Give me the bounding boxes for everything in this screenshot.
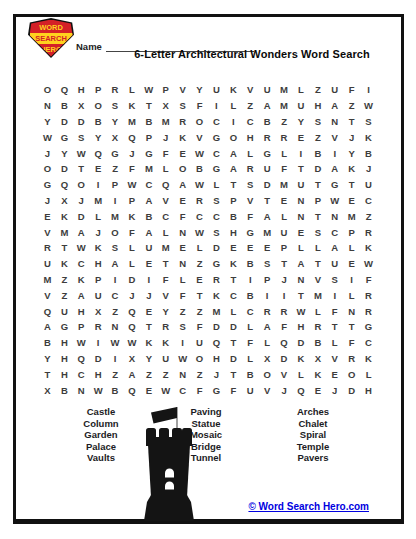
- grid-cell-r4c12: O: [225, 129, 242, 145]
- grid-cell-r6c8: L: [157, 161, 174, 177]
- grid-cell-r8c20: C: [360, 193, 377, 209]
- grid-cell-r3c12: I: [225, 114, 242, 130]
- grid-cell-r10c5: O: [107, 224, 124, 240]
- grid-cell-r6c10: B: [191, 161, 208, 177]
- grid-cell-r11c11: D: [208, 240, 225, 256]
- grid-cell-r14c13: B: [242, 287, 259, 303]
- grid-cell-r2c14: A: [259, 98, 276, 114]
- grid-cell-r10c10: W: [191, 224, 208, 240]
- grid-cell-r10c17: S: [309, 224, 326, 240]
- grid-cell-r8c7: A: [140, 193, 157, 209]
- grid-cell-r15c4: X: [90, 303, 107, 319]
- grid-cell-r2c13: Z: [242, 98, 259, 114]
- grid-cell-r1c9: V: [174, 82, 191, 98]
- letter-grid: OQHPRLWPVYUKVUMLZUFINBXOSKTXSFILZAMUHAZW…: [39, 82, 377, 398]
- grid-cell-r13c12: T: [225, 272, 242, 288]
- grid-cell-r2c18: A: [326, 98, 343, 114]
- word-arches: Arches: [268, 406, 358, 418]
- grid-cell-r7c17: T: [309, 177, 326, 193]
- grid-cell-r10c20: R: [360, 224, 377, 240]
- grid-cell-r18c7: Y: [140, 351, 157, 367]
- grid-cell-r16c5: N: [107, 319, 124, 335]
- grid-cell-r12c19: E: [343, 256, 360, 272]
- battlements: [146, 428, 192, 446]
- grid-cell-r8c16: N: [292, 193, 309, 209]
- grid-cell-r11c12: E: [225, 240, 242, 256]
- grid-cell-r3c8: M: [157, 114, 174, 130]
- grid-cell-r5c13: L: [242, 145, 259, 161]
- grid-cell-r3c1: Y: [39, 114, 56, 130]
- word-search-hero-link[interactable]: © Word Search Hero.com: [248, 501, 369, 512]
- grid-cell-r5c20: B: [360, 145, 377, 161]
- grid-cell-r20c10: F: [191, 382, 208, 398]
- grid-cell-r12c11: G: [208, 256, 225, 272]
- grid-cell-r19c19: O: [343, 366, 360, 382]
- grid-cell-r9c9: F: [174, 208, 191, 224]
- grid-cell-r15c1: Q: [39, 303, 56, 319]
- grid-cell-r15c10: Z: [191, 303, 208, 319]
- grid-cell-r1c2: Q: [56, 82, 73, 98]
- grid-cell-r19c16: L: [292, 366, 309, 382]
- grid-cell-r7c7: C: [140, 177, 157, 193]
- grid-cell-r20c16: Q: [292, 382, 309, 398]
- grid-cell-r5c12: A: [225, 145, 242, 161]
- grid-cell-r2c16: U: [292, 98, 309, 114]
- grid-cell-r17c12: T: [225, 335, 242, 351]
- grid-cell-r15c3: H: [73, 303, 90, 319]
- tower-base: [144, 495, 194, 521]
- grid-cell-r19c8: Z: [157, 366, 174, 382]
- grid-cell-r3c16: Y: [292, 114, 309, 130]
- grid-cell-r9c16: N: [292, 208, 309, 224]
- grid-cell-r15c8: Y: [157, 303, 174, 319]
- grid-cell-r11c19: L: [343, 240, 360, 256]
- grid-cell-r20c6: Q: [123, 382, 140, 398]
- grid-cell-r7c2: Q: [56, 177, 73, 193]
- grid-cell-r19c17: K: [309, 366, 326, 382]
- grid-cell-r4c3: S: [73, 129, 90, 145]
- grid-cell-r5c10: W: [191, 145, 208, 161]
- grid-cell-r16c1: A: [39, 319, 56, 335]
- grid-cell-r14c2: Z: [56, 287, 73, 303]
- worksheet-page: WORD SEARCH HERO Name 6-Letter Architect…: [13, 14, 404, 524]
- grid-cell-r17c13: F: [242, 335, 259, 351]
- grid-cell-r2c3: X: [73, 98, 90, 114]
- grid-cell-r6c18: A: [326, 161, 343, 177]
- grid-cell-r16c19: T: [343, 319, 360, 335]
- grid-cell-r4c7: P: [140, 129, 157, 145]
- grid-cell-r2c19: Z: [343, 98, 360, 114]
- word-list-col3: ArchesChaletSpiralTemplePavers: [268, 406, 358, 464]
- grid-cell-r9c4: L: [90, 208, 107, 224]
- grid-cell-r19c11: J: [208, 366, 225, 382]
- grid-cell-r14c18: I: [326, 287, 343, 303]
- grid-cell-r15c16: W: [292, 303, 309, 319]
- grid-cell-r13c14: P: [259, 272, 276, 288]
- grid-cell-r15c15: R: [276, 303, 293, 319]
- grid-cell-r15c17: L: [309, 303, 326, 319]
- grid-cell-r7c5: P: [107, 177, 124, 193]
- grid-cell-r15c2: U: [56, 303, 73, 319]
- grid-cell-r10c14: M: [259, 224, 276, 240]
- grid-cell-r4c8: J: [157, 129, 174, 145]
- grid-cell-r12c13: B: [242, 256, 259, 272]
- grid-cell-r20c1: X: [39, 382, 56, 398]
- grid-cell-r9c13: F: [242, 208, 259, 224]
- grid-cell-r16c16: H: [292, 319, 309, 335]
- grid-cell-r9c7: B: [140, 208, 157, 224]
- grid-cell-r10c2: M: [56, 224, 73, 240]
- grid-cell-r15c7: E: [140, 303, 157, 319]
- grid-cell-r20c2: B: [56, 382, 73, 398]
- grid-cell-r10c19: P: [343, 224, 360, 240]
- grid-cell-r13c7: I: [140, 272, 157, 288]
- grid-cell-r14c3: A: [73, 287, 90, 303]
- grid-cell-r8c3: J: [73, 193, 90, 209]
- grid-cell-r20c14: V: [259, 382, 276, 398]
- grid-cell-r17c5: W: [107, 335, 124, 351]
- grid-cell-r3c19: T: [343, 114, 360, 130]
- grid-cell-r20c12: F: [225, 382, 242, 398]
- grid-cell-r4c16: E: [292, 129, 309, 145]
- grid-cell-r8c4: M: [90, 193, 107, 209]
- grid-cell-r14c17: M: [309, 287, 326, 303]
- grid-cell-r17c17: B: [309, 335, 326, 351]
- grid-cell-r15c14: R: [259, 303, 276, 319]
- grid-cell-r12c7: E: [140, 256, 157, 272]
- grid-cell-r9c2: K: [56, 208, 73, 224]
- grid-cell-r13c9: L: [174, 272, 191, 288]
- grid-cell-r20c13: U: [242, 382, 259, 398]
- grid-cell-r11c14: E: [259, 240, 276, 256]
- grid-cell-r17c7: K: [140, 335, 157, 351]
- grid-cell-r16c20: G: [360, 319, 377, 335]
- grid-cell-r13c17: V: [309, 272, 326, 288]
- grid-cell-r2c1: N: [39, 98, 56, 114]
- flag: [151, 407, 177, 424]
- grid-cell-r18c16: K: [292, 351, 309, 367]
- grid-cell-r16c3: P: [73, 319, 90, 335]
- grid-cell-r9c6: K: [123, 208, 140, 224]
- grid-cell-r2c11: I: [208, 98, 225, 114]
- grid-cell-r10c9: N: [174, 224, 191, 240]
- grid-cell-r8c1: J: [39, 193, 56, 209]
- grid-cell-r2c7: T: [140, 98, 157, 114]
- grid-cell-r2c17: H: [309, 98, 326, 114]
- grid-cell-r8c2: X: [56, 193, 73, 209]
- grid-cell-r1c5: R: [107, 82, 124, 98]
- grid-cell-r14c7: J: [140, 287, 157, 303]
- word-temple: Temple: [268, 441, 358, 453]
- grid-cell-r7c15: M: [276, 177, 293, 193]
- grid-cell-r14c12: C: [225, 287, 242, 303]
- grid-cell-r19c18: E: [326, 366, 343, 382]
- grid-cell-r8c6: P: [123, 193, 140, 209]
- grid-cell-r1c11: U: [208, 82, 225, 98]
- grid-cell-r2c15: M: [276, 98, 293, 114]
- grid-cell-r3c9: R: [174, 114, 191, 130]
- grid-cell-r15c11: M: [208, 303, 225, 319]
- grid-cell-r4c4: Y: [90, 129, 107, 145]
- grid-cell-r15c18: F: [326, 303, 343, 319]
- grid-cell-r5c4: Q: [90, 145, 107, 161]
- grid-cell-r2c6: K: [123, 98, 140, 114]
- grid-cell-r16c4: R: [90, 319, 107, 335]
- grid-cell-r1c19: F: [343, 82, 360, 98]
- grid-cell-r3c2: D: [56, 114, 73, 130]
- grid-cell-r1c7: W: [140, 82, 157, 98]
- grid-cell-r5c14: G: [259, 145, 276, 161]
- grid-cell-r11c16: L: [292, 240, 309, 256]
- castle-tower-icon: [132, 405, 198, 521]
- grid-cell-r19c15: V: [276, 366, 293, 382]
- grid-cell-r6c12: A: [225, 161, 242, 177]
- grid-cell-r17c9: I: [174, 335, 191, 351]
- grid-cell-r8c9: E: [174, 193, 191, 209]
- grid-cell-r8c18: W: [326, 193, 343, 209]
- grid-cell-r10c18: C: [326, 224, 343, 240]
- grid-cell-r14c10: T: [191, 287, 208, 303]
- logo-shield-icon: WORD SEARCH HERO: [28, 18, 74, 58]
- grid-cell-r11c5: S: [107, 240, 124, 256]
- grid-cell-r6c4: E: [90, 161, 107, 177]
- grid-cell-r19c6: A: [123, 366, 140, 382]
- grid-cell-r5c1: J: [39, 145, 56, 161]
- grid-cell-r7c18: G: [326, 177, 343, 193]
- grid-cell-r1c12: K: [225, 82, 242, 98]
- grid-cell-r12c15: T: [276, 256, 293, 272]
- grid-cell-r6c14: U: [259, 161, 276, 177]
- grid-cell-r18c14: X: [259, 351, 276, 367]
- grid-cell-r12c17: T: [309, 256, 326, 272]
- grid-cell-r20c8: W: [157, 382, 174, 398]
- grid-cell-r10c11: S: [208, 224, 225, 240]
- grid-cell-r8c5: I: [107, 193, 124, 209]
- grid-cell-r6c19: K: [343, 161, 360, 177]
- grid-cell-r10c7: A: [140, 224, 157, 240]
- grid-cell-r4c10: V: [191, 129, 208, 145]
- grid-cell-r3c3: D: [73, 114, 90, 130]
- grid-cell-r12c12: K: [225, 256, 242, 272]
- grid-cell-r1c14: U: [259, 82, 276, 98]
- logo-text-word: WORD: [30, 22, 73, 33]
- grid-cell-r4c18: V: [326, 129, 343, 145]
- grid-cell-r6c7: M: [140, 161, 157, 177]
- grid-cell-r4c17: Z: [309, 129, 326, 145]
- grid-cell-r5c16: I: [292, 145, 309, 161]
- grid-cell-r7c4: I: [90, 177, 107, 193]
- grid-cell-r5c3: W: [73, 145, 90, 161]
- grid-cell-r16c11: D: [208, 319, 225, 335]
- grid-cell-r19c2: H: [56, 366, 73, 382]
- grid-cell-r13c2: Z: [56, 272, 73, 288]
- grid-cell-r19c4: H: [90, 366, 107, 382]
- grid-cell-r17c6: W: [123, 335, 140, 351]
- grid-cell-r12c10: Z: [191, 256, 208, 272]
- grid-cell-r11c4: K: [90, 240, 107, 256]
- grid-cell-r12c1: U: [39, 256, 56, 272]
- grid-cell-r10c13: G: [242, 224, 259, 240]
- grid-cell-r6c11: G: [208, 161, 225, 177]
- grid-cell-r7c9: A: [174, 177, 191, 193]
- grid-cell-r6c16: T: [292, 161, 309, 177]
- grid-cell-r3c18: N: [326, 114, 343, 130]
- grid-cell-r20c15: J: [276, 382, 293, 398]
- grid-cell-r2c2: B: [56, 98, 73, 114]
- grid-cell-r17c4: I: [90, 335, 107, 351]
- grid-cell-r16c10: F: [191, 319, 208, 335]
- grid-cell-r18c11: H: [208, 351, 225, 367]
- grid-cell-r13c3: K: [73, 272, 90, 288]
- word-pavers: Pavers: [268, 452, 358, 464]
- grid-cell-r17c11: Q: [208, 335, 225, 351]
- grid-cell-r4c1: W: [39, 129, 56, 145]
- grid-cell-r19c9: N: [174, 366, 191, 382]
- grid-cell-r18c1: Y: [39, 351, 56, 367]
- grid-cell-r17c19: F: [343, 335, 360, 351]
- word-spiral: Spiral: [268, 429, 358, 441]
- grid-cell-r4c6: Q: [123, 129, 140, 145]
- grid-cell-r9c12: B: [225, 208, 242, 224]
- grid-cell-r4c14: R: [259, 129, 276, 145]
- grid-cell-r17c14: L: [259, 335, 276, 351]
- grid-cell-r19c14: O: [259, 366, 276, 382]
- grid-cell-r1c3: H: [73, 82, 90, 98]
- grid-cell-r20c18: J: [326, 382, 343, 398]
- grid-cell-r15c20: R: [360, 303, 377, 319]
- grid-cell-r18c13: L: [242, 351, 259, 367]
- grid-cell-r7c6: W: [123, 177, 140, 193]
- grid-cell-r2c9: S: [174, 98, 191, 114]
- word-chalet: Chalet: [268, 418, 358, 430]
- grid-cell-r17c3: W: [73, 335, 90, 351]
- grid-cell-r4c13: H: [242, 129, 259, 145]
- grid-cell-r7c19: T: [343, 177, 360, 193]
- grid-cell-r13c13: I: [242, 272, 259, 288]
- grid-cell-r6c1: O: [39, 161, 56, 177]
- tower-window-upper: [165, 469, 174, 478]
- grid-cell-r6c17: D: [309, 161, 326, 177]
- grid-cell-r11c7: U: [140, 240, 157, 256]
- grid-cell-r8c12: P: [225, 193, 242, 209]
- grid-cell-r2c8: X: [157, 98, 174, 114]
- grid-cell-r8c10: R: [191, 193, 208, 209]
- grid-cell-r18c4: D: [90, 351, 107, 367]
- grid-cell-r3c20: S: [360, 114, 377, 130]
- grid-cell-r9c18: N: [326, 208, 343, 224]
- grid-cell-r10c15: U: [276, 224, 293, 240]
- grid-cell-r2c12: L: [225, 98, 242, 114]
- grid-cell-r8c14: T: [259, 193, 276, 209]
- grid-cell-r7c14: D: [259, 177, 276, 193]
- grid-cell-r18c17: X: [309, 351, 326, 367]
- grid-cell-r10c3: A: [73, 224, 90, 240]
- grid-cell-r9c1: E: [39, 208, 56, 224]
- grid-cell-r6c2: D: [56, 161, 73, 177]
- grid-cell-r14c16: T: [292, 287, 309, 303]
- grid-cell-r3c5: Y: [107, 114, 124, 130]
- grid-cell-r17c20: C: [360, 335, 377, 351]
- grid-cell-r10c12: H: [225, 224, 242, 240]
- logo-text-hero: HERO: [30, 44, 73, 55]
- grid-cell-r20c20: H: [360, 382, 377, 398]
- grid-cell-r7c12: T: [225, 177, 242, 193]
- grid-cell-r7c8: Q: [157, 177, 174, 193]
- grid-cell-r11c8: M: [157, 240, 174, 256]
- grid-cell-r1c18: U: [326, 82, 343, 98]
- grid-cell-r6c13: R: [242, 161, 259, 177]
- grid-cell-r9c3: D: [73, 208, 90, 224]
- grid-cell-r20c3: N: [73, 382, 90, 398]
- grid-cell-r16c15: F: [276, 319, 293, 335]
- grid-cell-r13c16: N: [292, 272, 309, 288]
- grid-cell-r14c6: J: [123, 287, 140, 303]
- grid-cell-r12c18: U: [326, 256, 343, 272]
- grid-cell-r16c7: T: [140, 319, 157, 335]
- grid-cell-r11c3: W: [73, 240, 90, 256]
- grid-cell-r8c13: V: [242, 193, 259, 209]
- grid-cell-r11c6: L: [123, 240, 140, 256]
- grid-cell-r8c11: S: [208, 193, 225, 209]
- grid-cell-r12c20: W: [360, 256, 377, 272]
- grid-cell-r5c8: F: [157, 145, 174, 161]
- grid-cell-r19c7: Z: [140, 366, 157, 382]
- grid-cell-r6c6: F: [123, 161, 140, 177]
- grid-cell-r1c8: P: [157, 82, 174, 98]
- grid-cell-r15c9: Z: [174, 303, 191, 319]
- grid-cell-r5c19: Y: [343, 145, 360, 161]
- grid-cell-r16c6: Q: [123, 319, 140, 335]
- grid-cell-r5c9: E: [174, 145, 191, 161]
- grid-cell-r12c2: K: [56, 256, 73, 272]
- grid-cell-r6c15: F: [276, 161, 293, 177]
- grid-cell-r7c3: O: [73, 177, 90, 193]
- grid-cell-r19c20: L: [360, 366, 377, 382]
- grid-cell-r14c15: I: [276, 287, 293, 303]
- name-label: Name: [76, 41, 102, 52]
- grid-cell-r2c10: F: [191, 98, 208, 114]
- grid-cell-r19c1: T: [39, 366, 56, 382]
- grid-cell-r13c20: F: [360, 272, 377, 288]
- grid-cell-r5c17: B: [309, 145, 326, 161]
- grid-cell-r12c16: A: [292, 256, 309, 272]
- grid-cell-r9c15: L: [276, 208, 293, 224]
- grid-cell-r2c5: S: [107, 98, 124, 114]
- grid-cell-r4c11: G: [208, 129, 225, 145]
- grid-cell-r9c8: C: [157, 208, 174, 224]
- grid-cell-r15c19: N: [343, 303, 360, 319]
- grid-cell-r17c8: K: [157, 335, 174, 351]
- grid-cell-r19c3: C: [73, 366, 90, 382]
- grid-cell-r1c4: P: [90, 82, 107, 98]
- grid-cell-r13c18: S: [326, 272, 343, 288]
- grid-cell-r3c14: B: [259, 114, 276, 130]
- grid-cell-r17c15: Q: [276, 335, 293, 351]
- grid-cell-r14c1: V: [39, 287, 56, 303]
- grid-cell-r4c20: K: [360, 129, 377, 145]
- grid-cell-r4c2: G: [56, 129, 73, 145]
- grid-cell-r20c19: D: [343, 382, 360, 398]
- grid-cell-r6c9: O: [174, 161, 191, 177]
- grid-cell-r7c11: L: [208, 177, 225, 193]
- grid-cell-r9c14: A: [259, 208, 276, 224]
- grid-cell-r3c4: B: [90, 114, 107, 130]
- grid-cell-r1c6: L: [123, 82, 140, 98]
- grid-cell-r11c15: P: [276, 240, 293, 256]
- word-search-hero-logo: WORD SEARCH HERO: [28, 18, 74, 58]
- grid-cell-r6c20: J: [360, 161, 377, 177]
- grid-cell-r5c2: Y: [56, 145, 73, 161]
